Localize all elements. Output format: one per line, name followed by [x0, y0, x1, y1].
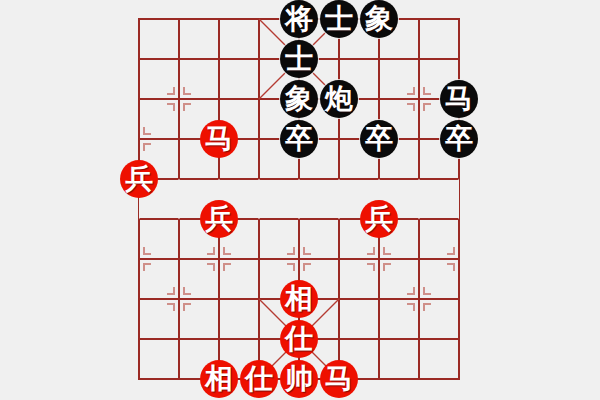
board-cell	[219, 259, 259, 299]
board-cell	[299, 179, 339, 219]
board-cell	[419, 339, 459, 379]
board-cell	[139, 259, 179, 299]
board-cell	[419, 299, 459, 339]
black-general[interactable]: 将	[280, 0, 318, 38]
board-cell	[139, 59, 179, 99]
board-cell	[179, 59, 219, 99]
board-cell	[139, 299, 179, 339]
black-elephant[interactable]: 象	[280, 80, 318, 118]
black-soldier[interactable]: 卒	[280, 120, 318, 158]
board-cell	[419, 219, 459, 259]
board-cell	[299, 219, 339, 259]
black-cannon[interactable]: 炮	[320, 80, 358, 118]
black-advisor[interactable]: 士	[320, 0, 358, 38]
red-soldier[interactable]: 兵	[360, 200, 398, 238]
board-cell	[419, 19, 459, 59]
board-cell	[139, 339, 179, 379]
board-cell	[379, 59, 419, 99]
xiangqi-screen: 将士象士象炮马卒卒卒马兵兵兵相仕相仕帅马	[0, 0, 600, 400]
black-advisor[interactable]: 士	[280, 40, 318, 78]
board-cell	[219, 19, 259, 59]
red-horse[interactable]: 马	[200, 120, 238, 158]
board-cell	[219, 59, 259, 99]
black-elephant[interactable]: 象	[360, 0, 398, 38]
red-advisor[interactable]: 仕	[280, 320, 318, 358]
black-soldier[interactable]: 卒	[360, 120, 398, 158]
black-soldier[interactable]: 卒	[440, 120, 478, 158]
board-cell	[379, 299, 419, 339]
board-cell	[179, 259, 219, 299]
red-elephant[interactable]: 相	[200, 360, 238, 398]
board-cell	[339, 259, 379, 299]
red-general[interactable]: 帅	[280, 360, 318, 398]
red-elephant[interactable]: 相	[280, 280, 318, 318]
red-advisor[interactable]: 仕	[240, 360, 278, 398]
board-cell	[179, 299, 219, 339]
board-cell	[139, 99, 179, 139]
board-cell	[379, 339, 419, 379]
red-soldier[interactable]: 兵	[120, 160, 158, 198]
board-cell	[419, 259, 459, 299]
red-horse[interactable]: 马	[320, 360, 358, 398]
black-horse[interactable]: 马	[440, 80, 478, 118]
board-cell	[139, 19, 179, 59]
board-cell	[259, 219, 299, 259]
board-cell	[339, 299, 379, 339]
board-cell	[139, 219, 179, 259]
board-cell	[259, 179, 299, 219]
board-cell	[219, 299, 259, 339]
board-cell	[179, 19, 219, 59]
board-cell	[419, 179, 459, 219]
red-soldier[interactable]: 兵	[200, 200, 238, 238]
board-cell	[379, 259, 419, 299]
